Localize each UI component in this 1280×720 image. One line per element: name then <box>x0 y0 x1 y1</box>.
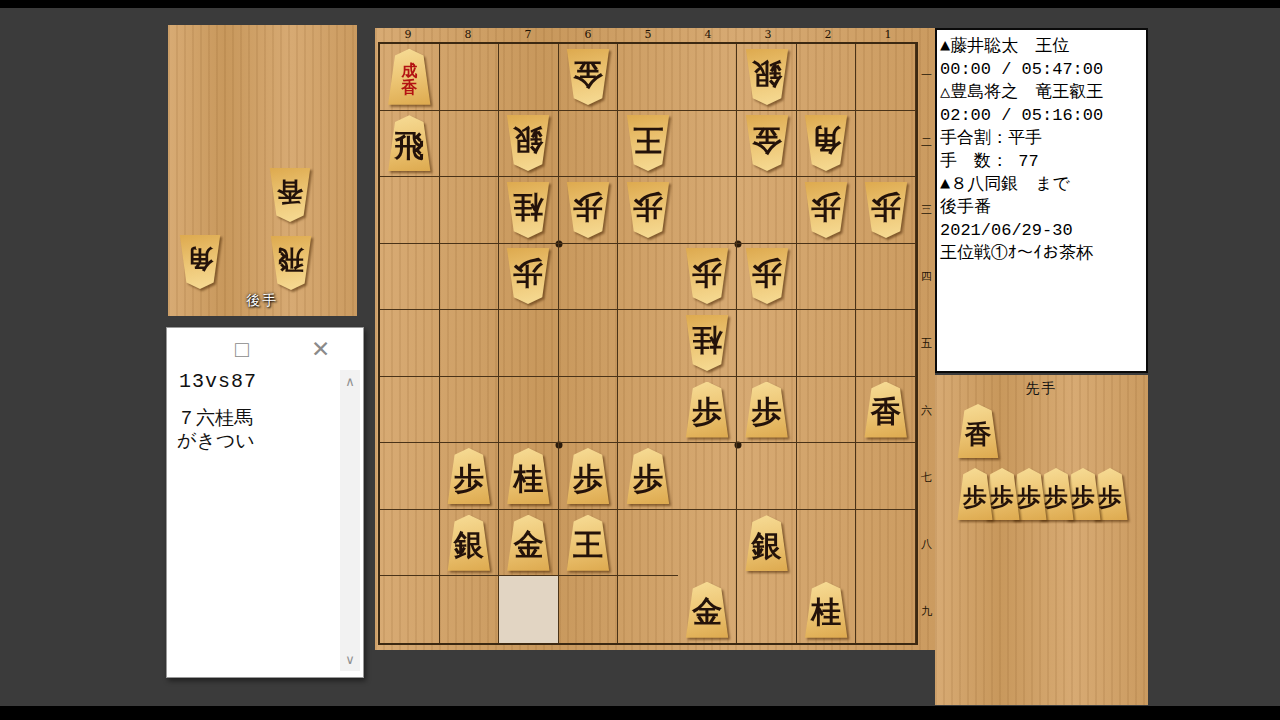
rank-label-3: 三 <box>918 176 935 243</box>
square-58[interactable] <box>618 510 678 577</box>
square-57[interactable]: 歩 <box>618 443 678 510</box>
square-52[interactable]: 王 <box>618 111 678 178</box>
shogi-piece-gote[interactable]: 金 <box>565 49 611 105</box>
shogi-piece-gote[interactable]: 桂 <box>505 182 551 238</box>
square-73[interactable]: 桂 <box>499 177 559 244</box>
shogi-piece-sente[interactable]: 銀 <box>446 515 492 571</box>
square-92[interactable]: 飛 <box>380 111 440 178</box>
file-labels: 987654321 <box>378 28 918 42</box>
square-29[interactable]: 桂 <box>797 576 857 643</box>
square-26[interactable] <box>797 377 857 444</box>
rank-labels: 一二三四五六七八九 <box>918 42 935 645</box>
close-icon[interactable]: ✕ <box>311 338 330 361</box>
shogi-piece-sente[interactable]: 歩 <box>625 448 671 504</box>
square-12[interactable] <box>856 111 916 178</box>
board-grid: 成香金銀飛銀王金角桂歩歩歩歩歩歩歩桂歩歩香歩桂歩歩銀金王銀金桂 <box>378 42 918 645</box>
square-18[interactable] <box>856 510 916 577</box>
shogi-piece-sente[interactable]: 飛 <box>386 115 432 171</box>
square-71[interactable] <box>499 44 559 111</box>
shogi-piece-gote[interactable]: 歩 <box>744 248 790 304</box>
square-65[interactable] <box>559 310 619 377</box>
square-53[interactable]: 歩 <box>618 177 678 244</box>
square-91[interactable]: 成香 <box>380 44 440 111</box>
square-89[interactable] <box>440 576 500 643</box>
square-37[interactable] <box>737 443 797 510</box>
shogi-piece-sente[interactable]: 歩 <box>956 468 994 520</box>
square-54[interactable] <box>618 244 678 311</box>
info-line-7: ▲８八同銀 まで <box>940 173 1143 196</box>
file-label-7: 7 <box>498 28 558 42</box>
rank-label-6: 六 <box>918 377 935 444</box>
info-line-1: ▲藤井聡太 王位 <box>940 35 1143 58</box>
maximize-icon[interactable]: □ <box>235 338 249 361</box>
square-98[interactable] <box>380 510 440 577</box>
info-line-2: 00:00 / 05:47:00 <box>940 58 1143 81</box>
square-63[interactable]: 歩 <box>559 177 619 244</box>
square-23[interactable]: 歩 <box>797 177 857 244</box>
square-83[interactable] <box>440 177 500 244</box>
square-66[interactable] <box>559 377 619 444</box>
square-17[interactable] <box>856 443 916 510</box>
square-32[interactable]: 金 <box>737 111 797 178</box>
info-line-10: 王位戦①ｵ～ｲお茶杯 <box>940 242 1143 265</box>
square-25[interactable] <box>797 310 857 377</box>
square-21[interactable] <box>797 44 857 111</box>
square-19[interactable] <box>856 576 916 643</box>
square-42[interactable] <box>678 111 738 178</box>
square-34[interactable]: 歩 <box>737 244 797 311</box>
square-61[interactable]: 金 <box>559 44 619 111</box>
square-16[interactable]: 香 <box>856 377 916 444</box>
shogi-piece-sente[interactable]: 歩 <box>565 448 611 504</box>
square-94[interactable] <box>380 244 440 311</box>
square-86[interactable] <box>440 377 500 444</box>
shogi-board-panel: 987654321 成香金銀飛銀王金角桂歩歩歩歩歩歩歩桂歩歩香歩桂歩歩銀金王銀金… <box>375 28 935 650</box>
shogi-piece-gote[interactable]: 歩 <box>505 248 551 304</box>
game-info-panel: ▲藤井聡太 王位00:00 / 05:47:00△豊島将之 竜王叡王02:00 … <box>935 28 1148 373</box>
shogi-piece-sente[interactable]: 銀 <box>744 515 790 571</box>
info-line-4: 02:00 / 05:16:00 <box>940 104 1143 127</box>
shogi-piece-sente[interactable]: 桂 <box>803 582 849 638</box>
square-59[interactable] <box>618 576 678 643</box>
square-85[interactable] <box>440 310 500 377</box>
rank-label-2: 二 <box>918 109 935 176</box>
info-line-6: 手 数： 77 <box>940 150 1143 173</box>
square-28[interactable] <box>797 510 857 577</box>
square-14[interactable] <box>856 244 916 311</box>
scroll-up-icon[interactable]: ∧ <box>340 374 360 389</box>
file-label-4: 4 <box>678 28 738 42</box>
letterbox-top <box>0 0 1280 8</box>
square-79[interactable] <box>499 576 559 643</box>
square-72[interactable]: 銀 <box>499 111 559 178</box>
square-39[interactable] <box>737 576 797 643</box>
file-label-1: 1 <box>858 28 918 42</box>
file-label-2: 2 <box>798 28 858 42</box>
shogi-piece-gote[interactable]: 歩 <box>803 182 849 238</box>
scroll-down-icon[interactable]: ∨ <box>340 652 360 667</box>
square-22[interactable]: 角 <box>797 111 857 178</box>
sente-tray-label: 先手 <box>1026 380 1058 398</box>
shogi-piece-gote[interactable]: 歩 <box>863 182 909 238</box>
letterbox-bottom <box>0 706 1280 720</box>
square-41[interactable] <box>678 44 738 111</box>
comment-line-1: ７六桂馬 <box>177 406 255 429</box>
shogi-piece-gote[interactable]: 金 <box>744 115 790 171</box>
square-75[interactable] <box>499 310 559 377</box>
shogi-piece-sente[interactable]: 香 <box>956 404 1000 458</box>
square-44[interactable]: 歩 <box>678 244 738 311</box>
square-93[interactable] <box>380 177 440 244</box>
shogi-piece-gote[interactable]: 歩 <box>684 248 730 304</box>
rank-label-7: 七 <box>918 444 935 511</box>
shogi-piece-gote[interactable]: 歩 <box>625 182 671 238</box>
shogi-piece-sente[interactable]: 香 <box>863 382 909 438</box>
square-64[interactable] <box>559 244 619 311</box>
shogi-piece-gote[interactable]: 王 <box>625 115 671 171</box>
square-74[interactable]: 歩 <box>499 244 559 311</box>
square-55[interactable] <box>618 310 678 377</box>
file-label-6: 6 <box>558 28 618 42</box>
promoted-shogi-piece-sente[interactable]: 成香 <box>386 49 432 105</box>
shogi-piece-sente[interactable]: 歩 <box>446 448 492 504</box>
rank-label-4: 四 <box>918 243 935 310</box>
square-67[interactable]: 歩 <box>559 443 619 510</box>
shogi-piece-gote[interactable]: 角 <box>178 235 222 289</box>
square-99[interactable] <box>380 576 440 643</box>
shogi-piece-gote[interactable]: 香 <box>268 168 312 222</box>
shogi-piece-sente[interactable]: 桂 <box>505 448 551 504</box>
square-81[interactable] <box>440 44 500 111</box>
comment-popup-window: □ ✕ 13vs87 ７六桂馬 がきつい ∧ ∨ <box>166 327 364 678</box>
file-label-5: 5 <box>618 28 678 42</box>
square-35[interactable] <box>737 310 797 377</box>
square-62[interactable] <box>559 111 619 178</box>
square-88[interactable]: 銀 <box>440 510 500 577</box>
file-label-9: 9 <box>378 28 438 42</box>
comment-text: ７六桂馬 がきつい <box>177 406 255 452</box>
shogi-piece-gote[interactable]: 飛 <box>269 236 313 290</box>
square-49[interactable]: 金 <box>678 576 738 643</box>
shogi-piece-gote[interactable]: 銀 <box>744 49 790 105</box>
info-line-8: 後手番 <box>940 196 1143 219</box>
square-43[interactable] <box>678 177 738 244</box>
square-84[interactable] <box>440 244 500 311</box>
rank-label-5: 五 <box>918 310 935 377</box>
square-15[interactable] <box>856 310 916 377</box>
gote-hand-tray: 後手 飛角香 <box>168 25 357 316</box>
comment-line-2: がきつい <box>177 429 255 452</box>
square-51[interactable] <box>618 44 678 111</box>
square-47[interactable] <box>678 443 738 510</box>
square-24[interactable] <box>797 244 857 311</box>
info-line-5: 手合割：平手 <box>940 127 1143 150</box>
shogi-piece-sente[interactable]: 金 <box>505 515 551 571</box>
file-label-8: 8 <box>438 28 498 42</box>
square-31[interactable]: 銀 <box>737 44 797 111</box>
square-56[interactable] <box>618 377 678 444</box>
shogi-piece-sente[interactable]: 王 <box>565 515 611 571</box>
square-87[interactable]: 歩 <box>440 443 500 510</box>
shogi-piece-sente[interactable]: 歩 <box>684 382 730 438</box>
file-label-3: 3 <box>738 28 798 42</box>
shogi-piece-gote[interactable]: 桂 <box>684 315 730 371</box>
shogi-piece-gote[interactable]: 歩 <box>565 182 611 238</box>
rank-label-8: 八 <box>918 511 935 578</box>
info-line-3: △豊島将之 竜王叡王 <box>940 81 1143 104</box>
scrollbar[interactable]: ∧ ∨ <box>340 370 360 671</box>
shogi-piece-gote[interactable]: 角 <box>803 115 849 171</box>
gote-tray-label: 後手 <box>247 292 279 310</box>
square-78[interactable]: 金 <box>499 510 559 577</box>
square-11[interactable] <box>856 44 916 111</box>
shogi-piece-gote[interactable]: 銀 <box>505 115 551 171</box>
info-line-9: 2021/06/29-30 <box>940 219 1143 242</box>
square-82[interactable] <box>440 111 500 178</box>
square-13[interactable]: 歩 <box>856 177 916 244</box>
square-48[interactable] <box>678 510 738 577</box>
square-97[interactable] <box>380 443 440 510</box>
rank-label-1: 一 <box>918 42 935 109</box>
square-46[interactable]: 歩 <box>678 377 738 444</box>
square-36[interactable]: 歩 <box>737 377 797 444</box>
square-33[interactable] <box>737 177 797 244</box>
square-96[interactable] <box>380 377 440 444</box>
square-95[interactable] <box>380 310 440 377</box>
square-38[interactable]: 銀 <box>737 510 797 577</box>
square-76[interactable] <box>499 377 559 444</box>
square-68[interactable]: 王 <box>559 510 619 577</box>
shogi-piece-sente[interactable]: 金 <box>684 582 730 638</box>
square-45[interactable]: 桂 <box>678 310 738 377</box>
rank-label-9: 九 <box>918 578 935 645</box>
square-77[interactable]: 桂 <box>499 443 559 510</box>
square-27[interactable] <box>797 443 857 510</box>
square-69[interactable] <box>559 576 619 643</box>
shogi-piece-sente[interactable]: 歩 <box>744 382 790 438</box>
sente-hand-tray: 先手 香歩歩歩歩歩歩 <box>935 375 1148 705</box>
evaluation-text: 13vs87 <box>179 370 257 393</box>
